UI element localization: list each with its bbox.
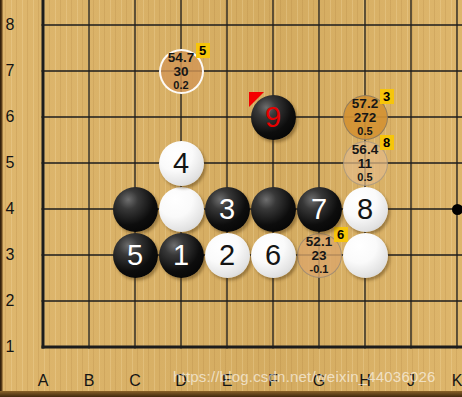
candidate-l3: 0.2 (173, 79, 188, 91)
board-bottom-edge (0, 391, 462, 397)
candidate-l2: 23 (311, 249, 326, 263)
col-label-K: K (447, 371, 462, 391)
move-number: 8 (357, 187, 373, 232)
candidate-l3: 0.5 (357, 125, 372, 137)
stone-black-C3[interactable]: 5 (113, 233, 158, 278)
candidate-move-H5[interactable]: 56.4110.58 (343, 141, 388, 186)
stone-black-D3[interactable]: 1 (159, 233, 204, 278)
row-label-4: 4 (0, 199, 20, 219)
candidate-l3: -0.1 (310, 263, 329, 275)
stone-white-D5[interactable]: 4 (159, 141, 204, 186)
stone-white-F3[interactable]: 6 (251, 233, 296, 278)
move-number: 1 (173, 233, 189, 278)
row-label-8: 8 (0, 15, 20, 35)
move-number: 3 (219, 187, 235, 232)
stone-black-F4[interactable] (251, 187, 296, 232)
col-label-B: B (79, 371, 99, 391)
move-number: 5 (127, 233, 143, 278)
candidate-l1: 54.7 (168, 51, 194, 65)
col-label-A: A (33, 371, 53, 391)
candidate-order-tag: 5 (196, 43, 210, 58)
candidate-l1: 56.4 (352, 143, 378, 157)
stone-white-D4[interactable] (159, 187, 204, 232)
candidate-l2: 11 (358, 157, 372, 171)
candidate-l3: 0.5 (357, 171, 372, 183)
last-move-triangle-icon (249, 92, 264, 107)
stone-white-H4[interactable]: 8 (343, 187, 388, 232)
row-label-5: 5 (0, 153, 20, 173)
candidate-order-tag: 8 (380, 135, 394, 150)
candidate-move-D7[interactable]: 54.7300.25 (159, 49, 204, 94)
move-number: 6 (265, 233, 281, 278)
row-label-3: 3 (0, 245, 20, 265)
stone-black-F6[interactable]: 9 (251, 95, 296, 140)
row-label-7: 7 (0, 61, 20, 81)
go-board-grid: 54.7300.2557.22720.5356.4110.5852.123-0.… (20, 2, 462, 370)
move-number: 4 (173, 141, 189, 186)
board-left-edge (0, 0, 3, 397)
row-label-2: 2 (0, 291, 20, 311)
stone-black-E4[interactable]: 3 (205, 187, 250, 232)
stone-black-G4[interactable]: 7 (297, 187, 342, 232)
move-number: 2 (219, 233, 235, 278)
star-point-K4 (452, 204, 462, 215)
stone-white-E3[interactable]: 2 (205, 233, 250, 278)
star-point-cell-K4 (452, 204, 462, 215)
candidate-order-tag: 3 (380, 89, 394, 104)
candidate-l2: 30 (173, 65, 188, 79)
stone-black-C4[interactable] (113, 187, 158, 232)
go-board-view: 87654321ABCDEFGHJK 54.7300.2557.22720.53… (0, 0, 462, 397)
watermark-text: https://blog.csdn.net/weixin_44036026 (173, 368, 436, 385)
col-label-C: C (125, 371, 145, 391)
row-label-6: 6 (0, 107, 20, 127)
move-number: 9 (265, 95, 281, 140)
row-label-1: 1 (0, 337, 20, 357)
candidate-l2: 272 (354, 111, 377, 125)
stone-white-H3[interactable] (343, 233, 388, 278)
candidate-l1: 57.2 (352, 97, 378, 111)
move-number: 7 (311, 187, 327, 232)
candidate-move-H6[interactable]: 57.22720.53 (343, 95, 388, 140)
candidate-move-G3[interactable]: 52.123-0.16 (297, 233, 342, 278)
candidate-l1: 52.1 (306, 235, 332, 249)
